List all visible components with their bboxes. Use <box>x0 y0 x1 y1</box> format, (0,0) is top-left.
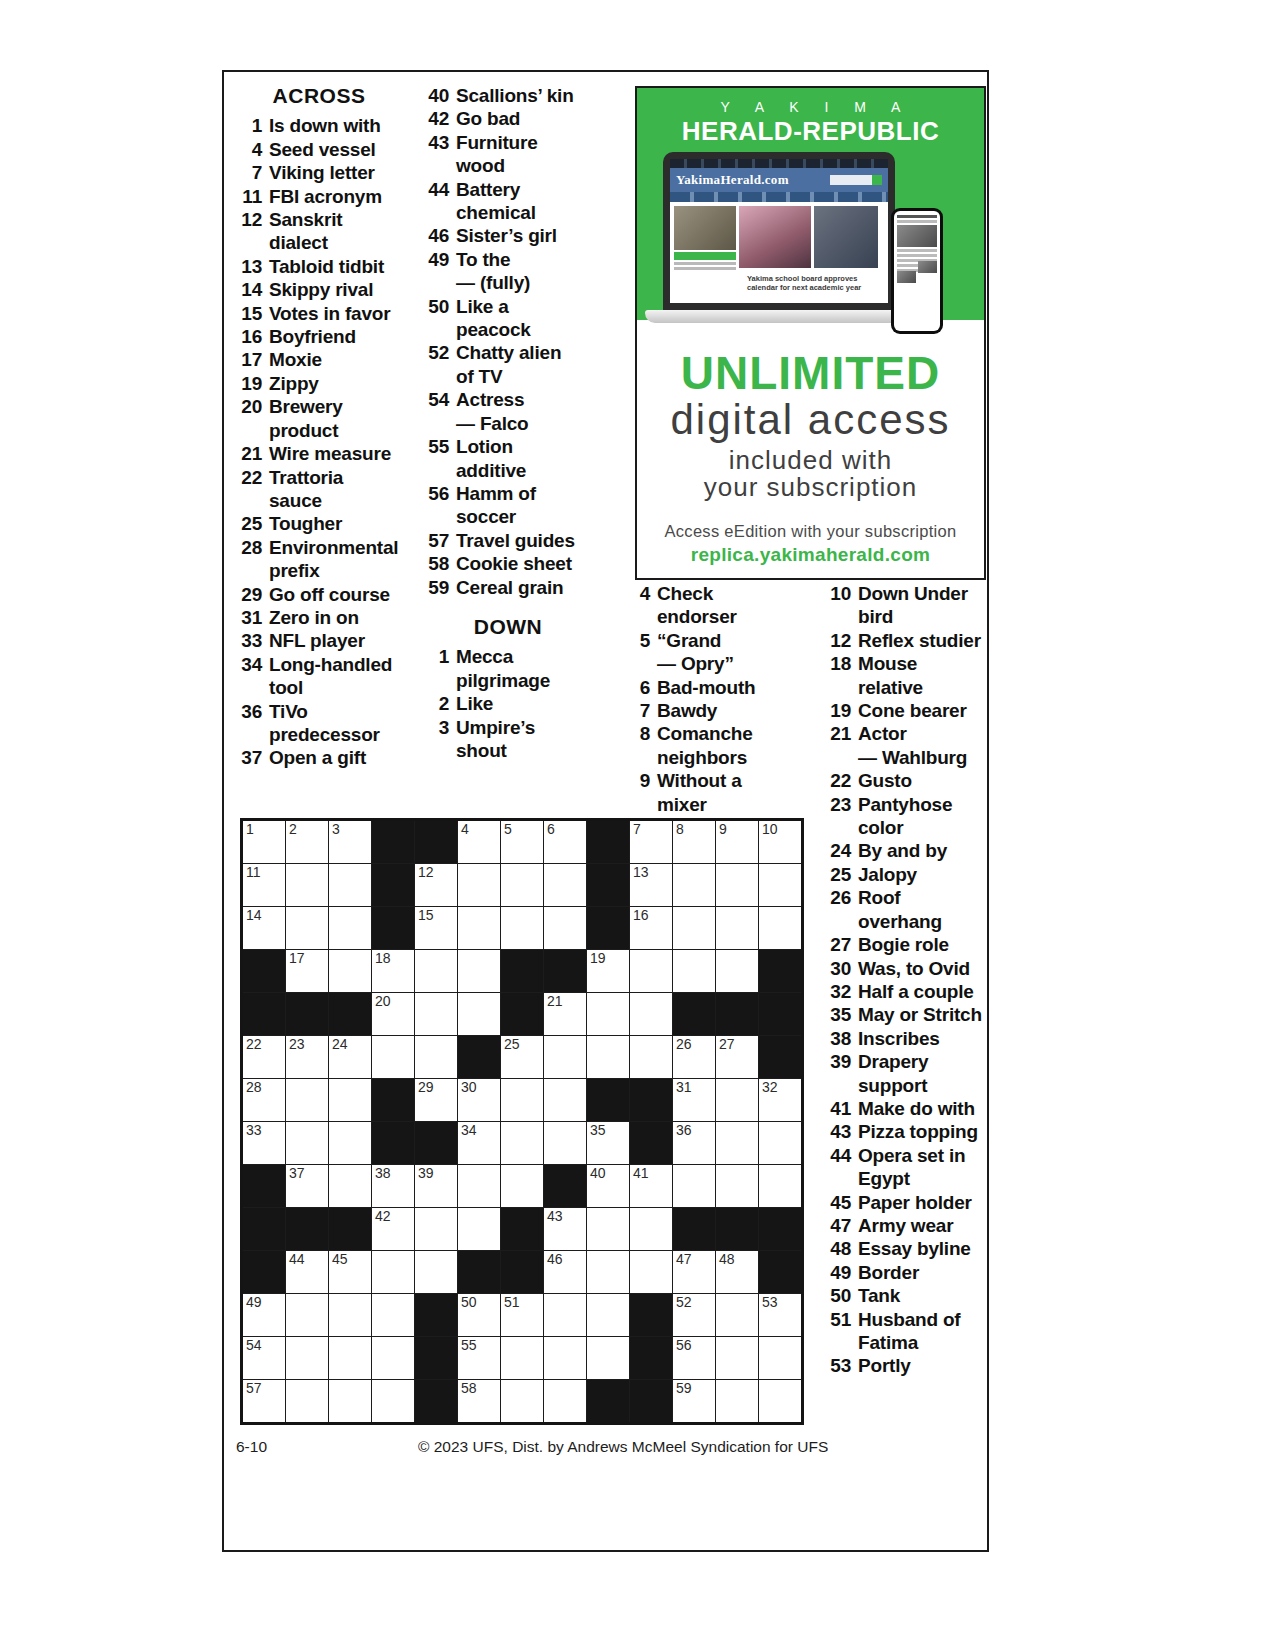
grid-cell-r6c12[interactable]: 27 <box>716 1036 758 1078</box>
clue-text: Inscribes <box>858 1027 940 1050</box>
grid-cell-r8c3[interactable] <box>329 1122 371 1164</box>
grid-cell-r3c5[interactable]: 15 <box>415 907 457 949</box>
phone-news-thumb <box>897 271 916 283</box>
grid-black-cell <box>501 950 543 992</box>
cell-number: 44 <box>289 1252 305 1267</box>
clue-text: Wire measure <box>269 442 391 465</box>
clue-number: 40 <box>413 84 449 107</box>
grid-cell-r7c7[interactable] <box>501 1079 543 1121</box>
cell-number: 43 <box>547 1209 563 1224</box>
clue-number: 52 <box>413 341 449 388</box>
clue-text: Moxie <box>269 348 322 371</box>
cell-number: 53 <box>762 1295 778 1310</box>
grid-cell-r7c3[interactable] <box>329 1079 371 1121</box>
grid-cell-r13c2[interactable] <box>286 1337 328 1379</box>
grid-cell-r3c6[interactable] <box>458 907 500 949</box>
grid-cell-r14c4[interactable] <box>372 1380 414 1422</box>
cell-number: 24 <box>332 1037 348 1052</box>
grid-cell-r5c8[interactable]: 21 <box>544 993 586 1035</box>
website-screenshot: YakimaHerald.com Yakima s <box>670 159 888 303</box>
grid-cell-r9c3[interactable] <box>329 1165 371 1207</box>
clue-text: “Grand — Opry” <box>657 629 734 676</box>
clue-across-43: 43Furniture wood <box>413 131 603 178</box>
grid-cell-r8c8[interactable] <box>544 1122 586 1164</box>
grid-cell-r4c3[interactable] <box>329 950 371 992</box>
clue-number: 29 <box>226 583 262 606</box>
grid-cell-r2c7[interactable] <box>501 864 543 906</box>
grid-cell-r1c10[interactable]: 7 <box>630 821 672 863</box>
grid-cell-r8c9[interactable]: 35 <box>587 1122 629 1164</box>
clue-number: 21 <box>785 722 851 769</box>
grid-cell-r13c11[interactable]: 56 <box>673 1337 715 1379</box>
grid-black-cell <box>243 993 285 1035</box>
ad-masthead: HERALD-REPUBLIC <box>637 116 984 147</box>
grid-cell-r5c5[interactable] <box>415 993 457 1035</box>
cell-number: 32 <box>762 1080 778 1095</box>
grid-cell-r2c2[interactable] <box>286 864 328 906</box>
clue-number: 57 <box>413 529 449 552</box>
clue-number: 19 <box>785 699 851 722</box>
clue-text: Mecca pilgrimage <box>456 645 550 692</box>
grid-cell-r14c7[interactable] <box>501 1380 543 1422</box>
grid-black-cell <box>759 1208 801 1250</box>
clue-text: NFL player <box>269 629 365 652</box>
clue-text: Chatty alien of TV <box>456 341 561 388</box>
grid-cell-r4c6[interactable] <box>458 950 500 992</box>
cell-number: 8 <box>676 822 684 837</box>
clue-number: 19 <box>226 372 262 395</box>
grid-cell-r2c1[interactable]: 11 <box>243 864 285 906</box>
site-masthead-text: YakimaHerald.com <box>676 172 789 188</box>
grid-cell-r10c9[interactable] <box>587 1208 629 1250</box>
clue-down-7: 7Bawdy <box>600 699 792 722</box>
grid-cell-r6c2[interactable]: 23 <box>286 1036 328 1078</box>
clue-number: 8 <box>600 722 650 769</box>
clue-text: Opera set in Egypt <box>858 1144 965 1191</box>
clue-text: Lotion additive <box>456 435 526 482</box>
clue-down-49: 49Border <box>785 1261 985 1284</box>
news-headline: Yakima school board approves calendar fo… <box>747 274 879 292</box>
cell-number: 3 <box>332 822 340 837</box>
grid-cell-r6c4[interactable] <box>372 1036 414 1078</box>
clue-text: Sister’s girl <box>456 224 557 247</box>
grid-cell-r4c9[interactable]: 19 <box>587 950 629 992</box>
ad-unlimited-headline: UNLIMITED <box>637 346 984 400</box>
grid-cell-r2c10[interactable]: 13 <box>630 864 672 906</box>
grid-black-cell <box>587 907 629 949</box>
grid-cell-r12c8[interactable] <box>544 1294 586 1336</box>
clue-number: 20 <box>226 395 262 442</box>
clue-across-56: 56Hamm of soccer <box>413 482 603 529</box>
grid-cell-r1c7[interactable]: 5 <box>501 821 543 863</box>
clue-text: Mouse relative <box>858 652 923 699</box>
cell-number: 59 <box>676 1381 692 1396</box>
grid-cell-r8c12[interactable] <box>716 1122 758 1164</box>
grid-cell-r11c11[interactable]: 47 <box>673 1251 715 1293</box>
grid-cell-r9c10[interactable]: 41 <box>630 1165 672 1207</box>
clue-text: Actor — Wahlburg <box>858 722 967 769</box>
grid-cell-r9c2[interactable]: 37 <box>286 1165 328 1207</box>
grid-cell-r4c11[interactable] <box>673 950 715 992</box>
grid-cell-r6c10[interactable] <box>630 1036 672 1078</box>
grid-cell-r4c5[interactable] <box>415 950 457 992</box>
grid-black-cell <box>587 821 629 863</box>
grid-cell-r12c12[interactable] <box>716 1294 758 1336</box>
grid-cell-r1c11[interactable]: 8 <box>673 821 715 863</box>
clue-text: Pantyhose color <box>858 793 952 840</box>
grid-cell-r5c10[interactable] <box>630 993 672 1035</box>
cell-number: 20 <box>375 994 391 1009</box>
grid-cell-r12c7[interactable]: 51 <box>501 1294 543 1336</box>
clue-across-33: 33NFL player <box>226 629 412 652</box>
grid-black-cell <box>673 993 715 1035</box>
cell-number: 42 <box>375 1209 391 1224</box>
grid-black-cell <box>587 1380 629 1422</box>
clue-number: 18 <box>785 652 851 699</box>
clue-number: 1 <box>226 114 262 137</box>
grid-cell-r11c9[interactable] <box>587 1251 629 1293</box>
clue-text: Actress — Falco <box>456 388 529 435</box>
grid-cell-r1c3[interactable]: 3 <box>329 821 371 863</box>
grid-cell-r14c13[interactable] <box>759 1380 801 1422</box>
grid-cell-r9c13[interactable] <box>759 1165 801 1207</box>
grid-cell-r12c1[interactable]: 49 <box>243 1294 285 1336</box>
grid-cell-r3c1[interactable]: 14 <box>243 907 285 949</box>
clue-down-18: 18Mouse relative <box>785 652 985 699</box>
grid-cell-r11c2[interactable]: 44 <box>286 1251 328 1293</box>
grid-cell-r9c7[interactable] <box>501 1165 543 1207</box>
grid-cell-r6c11[interactable]: 26 <box>673 1036 715 1078</box>
clue-down-51: 51Husband of Fatima <box>785 1308 985 1355</box>
grid-cell-r13c6[interactable]: 55 <box>458 1337 500 1379</box>
grid-cell-r12c11[interactable]: 52 <box>673 1294 715 1336</box>
cell-number: 35 <box>590 1123 606 1138</box>
across-header: ACROSS <box>226 84 412 107</box>
laptop-base <box>645 310 915 323</box>
grid-cell-r12c3[interactable] <box>329 1294 371 1336</box>
clue-text: Bad-mouth <box>657 676 755 699</box>
cell-number: 11 <box>246 865 261 880</box>
grid-cell-r8c1[interactable]: 33 <box>243 1122 285 1164</box>
clue-across-4: 4Seed vessel <box>226 138 412 161</box>
grid-black-cell <box>372 907 414 949</box>
cell-number: 15 <box>418 908 434 923</box>
newspaper-crossword-page: ACROSS1Is down with4Seed vessel7Viking l… <box>0 0 1265 1638</box>
grid-black-cell <box>415 1337 457 1379</box>
grid-cell-r13c8[interactable] <box>544 1337 586 1379</box>
grid-cell-r7c1[interactable]: 28 <box>243 1079 285 1121</box>
grid-cell-r4c12[interactable] <box>716 950 758 992</box>
grid-cell-r14c6[interactable]: 58 <box>458 1380 500 1422</box>
clue-number: 5 <box>600 629 650 676</box>
grid-cell-r13c9[interactable] <box>587 1337 629 1379</box>
clue-number: 6 <box>600 676 650 699</box>
grid-cell-r12c4[interactable] <box>372 1294 414 1336</box>
grid-cell-r14c3[interactable] <box>329 1380 371 1422</box>
grid-cell-r3c7[interactable] <box>501 907 543 949</box>
clue-text: Environmental prefix <box>269 536 398 583</box>
grid-cell-r8c13[interactable] <box>759 1122 801 1164</box>
grid-cell-r3c2[interactable] <box>286 907 328 949</box>
grid-cell-r2c8[interactable] <box>544 864 586 906</box>
grid-cell-r10c5[interactable] <box>415 1208 457 1250</box>
grid-cell-r2c5[interactable]: 12 <box>415 864 457 906</box>
grid-cell-r1c13[interactable]: 10 <box>759 821 801 863</box>
grid-cell-r7c13[interactable]: 32 <box>759 1079 801 1121</box>
grid-cell-r6c3[interactable]: 24 <box>329 1036 371 1078</box>
cell-number: 36 <box>676 1123 692 1138</box>
grid-black-cell <box>501 1208 543 1250</box>
clue-text: Cookie sheet <box>456 552 572 575</box>
clue-across-42: 42Go bad <box>413 107 603 130</box>
grid-cell-r1c1[interactable]: 1 <box>243 821 285 863</box>
grid-cell-r4c4[interactable]: 18 <box>372 950 414 992</box>
cell-number: 26 <box>676 1037 692 1052</box>
cell-number: 45 <box>332 1252 348 1267</box>
grid-cell-r7c2[interactable] <box>286 1079 328 1121</box>
clue-down-27: 27Bogie role <box>785 933 985 956</box>
clue-number: 16 <box>226 325 262 348</box>
cell-number: 54 <box>246 1338 262 1353</box>
clue-text: Long-handled tool <box>269 653 392 700</box>
clue-text: Pizza topping <box>858 1120 978 1143</box>
ad-digital-access: digital access <box>637 396 984 444</box>
grid-cell-r11c12[interactable]: 48 <box>716 1251 758 1293</box>
grid-cell-r12c9[interactable] <box>587 1294 629 1336</box>
grid-cell-r12c2[interactable] <box>286 1294 328 1336</box>
clue-across-15: 15Votes in favor <box>226 302 412 325</box>
clue-number: 33 <box>226 629 262 652</box>
cell-number: 31 <box>676 1080 692 1095</box>
grid-black-cell <box>243 1165 285 1207</box>
cell-number: 51 <box>504 1295 520 1310</box>
grid-cell-r8c7[interactable] <box>501 1122 543 1164</box>
clue-text: By and by <box>858 839 947 862</box>
clue-text: Gusto <box>858 769 912 792</box>
clue-across-57: 57Travel guides <box>413 529 603 552</box>
grid-cell-r10c4[interactable]: 42 <box>372 1208 414 1250</box>
grid-cell-r7c5[interactable]: 29 <box>415 1079 457 1121</box>
cell-number: 38 <box>375 1166 391 1181</box>
grid-cell-r1c2[interactable]: 2 <box>286 821 328 863</box>
grid-cell-r1c12[interactable]: 9 <box>716 821 758 863</box>
cell-number: 23 <box>289 1037 305 1052</box>
grid-cell-r6c9[interactable] <box>587 1036 629 1078</box>
cell-number: 58 <box>461 1381 477 1396</box>
grid-cell-r5c9[interactable] <box>587 993 629 1035</box>
grid-cell-r13c7[interactable] <box>501 1337 543 1379</box>
clue-text: FBI acronym <box>269 185 382 208</box>
grid-cell-r14c2[interactable] <box>286 1380 328 1422</box>
grid-cell-r3c10[interactable]: 16 <box>630 907 672 949</box>
clue-number: 10 <box>785 582 851 629</box>
cell-number: 19 <box>590 951 606 966</box>
grid-cell-r7c12[interactable] <box>716 1079 758 1121</box>
news-photo-2 <box>739 206 811 268</box>
grid-black-cell <box>243 1251 285 1293</box>
grid-cell-r11c8[interactable]: 46 <box>544 1251 586 1293</box>
clue-text: Like <box>456 692 493 715</box>
clue-text: Half a couple <box>858 980 974 1003</box>
clue-down-25: 25Jalopy <box>785 863 985 886</box>
grid-cell-r9c4[interactable]: 38 <box>372 1165 414 1207</box>
grid-cell-r13c13[interactable] <box>759 1337 801 1379</box>
clue-number: 28 <box>226 536 262 583</box>
grid-black-cell <box>673 1208 715 1250</box>
grid-cell-r3c12[interactable] <box>716 907 758 949</box>
cell-number: 4 <box>461 822 469 837</box>
cell-number: 33 <box>246 1123 262 1138</box>
clue-number: 42 <box>413 107 449 130</box>
clue-down-8: 8Comanche neighbors <box>600 722 792 769</box>
grid-cell-r6c1[interactable]: 22 <box>243 1036 285 1078</box>
site-content <box>670 202 888 270</box>
grid-cell-r13c3[interactable] <box>329 1337 371 1379</box>
clue-number: 7 <box>226 161 262 184</box>
grid-cell-r10c6[interactable] <box>458 1208 500 1250</box>
cell-number: 50 <box>461 1295 477 1310</box>
grid-cell-r11c3[interactable]: 45 <box>329 1251 371 1293</box>
grid-black-cell <box>372 821 414 863</box>
clue-text: Brewery product <box>269 395 343 442</box>
grid-cell-r4c2[interactable]: 17 <box>286 950 328 992</box>
clue-number: 22 <box>785 769 851 792</box>
clue-down-44: 44Opera set in Egypt <box>785 1144 985 1191</box>
grid-cell-r11c4[interactable] <box>372 1251 414 1293</box>
clue-text: Paper holder <box>858 1191 972 1214</box>
grid-black-cell <box>630 1079 672 1121</box>
grid-cell-r7c8[interactable] <box>544 1079 586 1121</box>
clue-number: 31 <box>226 606 262 629</box>
cell-number: 30 <box>461 1080 477 1095</box>
grid-black-cell <box>630 1122 672 1164</box>
grid-cell-r10c10[interactable] <box>630 1208 672 1250</box>
clue-down-35: 35May or Stritch <box>785 1003 985 1026</box>
grid-cell-r5c4[interactable]: 20 <box>372 993 414 1035</box>
grid-cell-r9c11[interactable] <box>673 1165 715 1207</box>
clue-down-24: 24By and by <box>785 839 985 862</box>
clue-text: Down Under bird <box>858 582 968 629</box>
laptop-mockup: YakimaHerald.com Yakima s <box>663 152 895 312</box>
grid-cell-r14c1[interactable]: 57 <box>243 1380 285 1422</box>
clue-down-21: 21Actor — Wahlburg <box>785 722 985 769</box>
clue-across-49: 49To the — (fully) <box>413 248 603 295</box>
grid-cell-r3c11[interactable] <box>673 907 715 949</box>
clue-number: 2 <box>413 692 449 715</box>
grid-cell-r2c3[interactable] <box>329 864 371 906</box>
clue-text: Seed vessel <box>269 138 376 161</box>
clue-down-50: 50Tank <box>785 1284 985 1307</box>
grid-cell-r7c11[interactable]: 31 <box>673 1079 715 1121</box>
clue-down-10: 10Down Under bird <box>785 582 985 629</box>
grid-cell-r6c5[interactable] <box>415 1036 457 1078</box>
clue-number: 56 <box>413 482 449 529</box>
cell-number: 34 <box>461 1123 477 1138</box>
news-photo-1 <box>674 206 736 250</box>
grid-cell-r7c6[interactable]: 30 <box>458 1079 500 1121</box>
clue-number: 34 <box>226 653 262 700</box>
grid-cell-r8c2[interactable] <box>286 1122 328 1164</box>
grid-black-cell <box>329 1208 371 1250</box>
cell-number: 12 <box>418 865 434 880</box>
grid-cell-r9c12[interactable] <box>716 1165 758 1207</box>
grid-cell-r1c6[interactable]: 4 <box>458 821 500 863</box>
clue-number: 12 <box>226 208 262 255</box>
grid-cell-r9c9[interactable]: 40 <box>587 1165 629 1207</box>
grid-cell-r13c4[interactable] <box>372 1337 414 1379</box>
clue-number: 36 <box>226 700 262 747</box>
clue-text: Votes in favor <box>269 302 390 325</box>
grid-cell-r2c11[interactable] <box>673 864 715 906</box>
grid-cell-r1c8[interactable]: 6 <box>544 821 586 863</box>
grid-cell-r9c6[interactable] <box>458 1165 500 1207</box>
grid-cell-r8c11[interactable]: 36 <box>673 1122 715 1164</box>
grid-cell-r10c8[interactable]: 43 <box>544 1208 586 1250</box>
grid-cell-r8c6[interactable]: 34 <box>458 1122 500 1164</box>
grid-cell-r6c8[interactable] <box>544 1036 586 1078</box>
clue-number: 58 <box>413 552 449 575</box>
grid-cell-r12c6[interactable]: 50 <box>458 1294 500 1336</box>
clue-column-4: 10Down Under bird12Reflex studier18Mouse… <box>785 582 985 1378</box>
cell-number: 28 <box>246 1080 262 1095</box>
news-photo-3 <box>814 206 878 268</box>
grid-cell-r5c6[interactable] <box>458 993 500 1035</box>
clue-text: To the — (fully) <box>456 248 530 295</box>
grid-cell-r13c12[interactable] <box>716 1337 758 1379</box>
ad-replica-url[interactable]: replica.yakimaherald.com <box>637 544 984 566</box>
grid-cell-r14c11[interactable]: 59 <box>673 1380 715 1422</box>
clue-text: Reflex studier <box>858 629 981 652</box>
grid-cell-r14c8[interactable] <box>544 1380 586 1422</box>
clue-down-26: 26Roof overhang <box>785 886 985 933</box>
cell-number: 21 <box>547 994 563 1009</box>
clue-column-2: 40Scallions’ kin42Go bad43Furniture wood… <box>413 84 603 762</box>
cell-number: 57 <box>246 1381 262 1396</box>
grid-cell-r3c8[interactable] <box>544 907 586 949</box>
grid-cell-r2c6[interactable] <box>458 864 500 906</box>
grid-cell-r14c12[interactable] <box>716 1380 758 1422</box>
clue-number: 14 <box>226 278 262 301</box>
grid-cell-r9c5[interactable]: 39 <box>415 1165 457 1207</box>
grid-black-cell <box>415 821 457 863</box>
clue-across-12: 12Sanskrit dialect <box>226 208 412 255</box>
grid-cell-r11c10[interactable] <box>630 1251 672 1293</box>
grid-cell-r11c5[interactable] <box>415 1251 457 1293</box>
grid-cell-r2c13[interactable] <box>759 864 801 906</box>
clue-across-36: 36TiVo predecessor <box>226 700 412 747</box>
grid-black-cell <box>372 1122 414 1164</box>
clue-across-22: 22Trattoria sauce <box>226 466 412 513</box>
clue-number: 4 <box>226 138 262 161</box>
grid-cell-r12c13[interactable]: 53 <box>759 1294 801 1336</box>
grid-black-cell <box>630 1380 672 1422</box>
clue-text: Go bad <box>456 107 520 130</box>
grid-black-cell <box>415 1122 457 1164</box>
clue-down-39: 39Drapery support <box>785 1050 985 1097</box>
grid-cell-r4c10[interactable] <box>630 950 672 992</box>
grid-cell-r6c7[interactable]: 25 <box>501 1036 543 1078</box>
grid-cell-r3c13[interactable] <box>759 907 801 949</box>
grid-cell-r2c12[interactable] <box>716 864 758 906</box>
grid-cell-r13c1[interactable]: 54 <box>243 1337 285 1379</box>
clue-text: Zero in on <box>269 606 359 629</box>
clue-text: Tougher <box>269 512 342 535</box>
clue-down-43: 43Pizza topping <box>785 1120 985 1143</box>
grid-black-cell <box>286 1208 328 1250</box>
grid-cell-r3c3[interactable] <box>329 907 371 949</box>
clue-column-3: 4Check endorser5“Grand — Opry”6Bad-mouth… <box>600 582 792 816</box>
clue-down-4: 4Check endorser <box>600 582 792 629</box>
